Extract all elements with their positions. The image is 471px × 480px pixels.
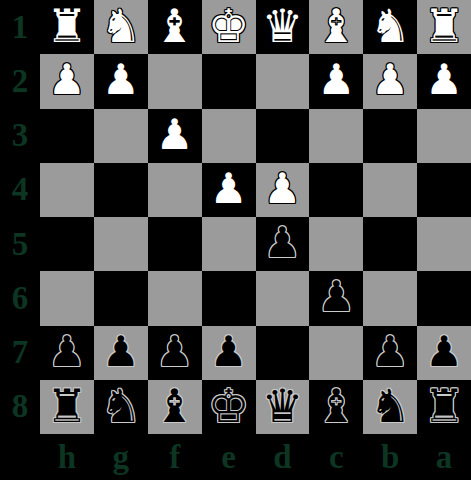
square-c4[interactable] (309, 163, 363, 217)
rank-label-5: 5 (0, 217, 40, 271)
square-a1[interactable]: ♜ (417, 0, 471, 54)
white-rook: ♜ (423, 3, 464, 49)
square-h8[interactable]: ♜ (40, 380, 94, 434)
square-d8[interactable]: ♛ (256, 380, 310, 434)
black-bishop: ♝ (154, 383, 195, 429)
square-d7[interactable] (256, 326, 310, 380)
white-bishop: ♝ (154, 3, 195, 49)
white-pawn: ♟ (371, 59, 409, 101)
square-g1[interactable]: ♞ (94, 0, 148, 54)
square-a2[interactable]: ♟ (417, 54, 471, 108)
square-a5[interactable] (417, 217, 471, 271)
square-h1[interactable]: ♜ (40, 0, 94, 54)
white-pawn: ♟ (317, 59, 355, 101)
rank-label-7: 7 (0, 326, 40, 380)
square-e7[interactable]: ♟ (202, 326, 256, 380)
file-label-c: c (309, 434, 363, 480)
square-c1[interactable]: ♝ (309, 0, 363, 54)
black-pawn: ♟ (317, 276, 355, 318)
square-g3[interactable] (94, 109, 148, 163)
square-d3[interactable] (256, 109, 310, 163)
white-pawn: ♟ (210, 168, 248, 210)
black-pawn: ♟ (264, 222, 302, 264)
square-d5[interactable]: ♟ (256, 217, 310, 271)
black-pawn: ♟ (48, 331, 86, 373)
white-knight: ♞ (370, 3, 411, 49)
square-g8[interactable]: ♞ (94, 380, 148, 434)
black-knight: ♞ (370, 383, 411, 429)
black-king: ♚ (208, 383, 249, 429)
square-a7[interactable]: ♟ (417, 326, 471, 380)
square-f8[interactable]: ♝ (148, 380, 202, 434)
square-b5[interactable] (363, 217, 417, 271)
file-label-a: a (417, 434, 471, 480)
square-c5[interactable] (309, 217, 363, 271)
white-pawn: ♟ (156, 114, 194, 156)
square-a8[interactable]: ♜ (417, 380, 471, 434)
square-b2[interactable]: ♟ (363, 54, 417, 108)
square-c3[interactable] (309, 109, 363, 163)
square-d2[interactable] (256, 54, 310, 108)
square-h3[interactable] (40, 109, 94, 163)
white-rook: ♜ (46, 3, 87, 49)
file-label-b: b (363, 434, 417, 480)
rank-label-2: 2 (0, 54, 40, 108)
square-f1[interactable]: ♝ (148, 0, 202, 54)
white-knight: ♞ (100, 3, 141, 49)
square-b8[interactable]: ♞ (363, 380, 417, 434)
square-e3[interactable] (202, 109, 256, 163)
black-queen: ♛ (262, 383, 303, 429)
square-c7[interactable] (309, 326, 363, 380)
chess-diagram: 12345678 ♜♞♝♚♛♝♞♜♟♟♟♟♟♟♟♟♟♟♟♟♟♟♟♟♜♞♝♚♛♝♞… (0, 0, 471, 480)
chess-board: ♜♞♝♚♛♝♞♜♟♟♟♟♟♟♟♟♟♟♟♟♟♟♟♟♜♞♝♚♛♝♞♜ (40, 0, 471, 434)
rank-labels: 12345678 (0, 0, 40, 434)
square-c6[interactable]: ♟ (309, 271, 363, 325)
rank-label-4: 4 (0, 163, 40, 217)
square-f4[interactable] (148, 163, 202, 217)
square-e1[interactable]: ♚ (202, 0, 256, 54)
square-a4[interactable] (417, 163, 471, 217)
black-bishop: ♝ (316, 383, 357, 429)
gutter-corner (0, 434, 40, 480)
square-e8[interactable]: ♚ (202, 380, 256, 434)
square-h6[interactable] (40, 271, 94, 325)
file-label-d: d (256, 434, 310, 480)
white-bishop: ♝ (316, 3, 357, 49)
square-h5[interactable] (40, 217, 94, 271)
black-pawn: ♟ (156, 331, 194, 373)
black-rook: ♜ (423, 383, 464, 429)
square-f3[interactable]: ♟ (148, 109, 202, 163)
black-pawn: ♟ (371, 331, 409, 373)
white-pawn: ♟ (102, 59, 140, 101)
square-c2[interactable]: ♟ (309, 54, 363, 108)
rank-label-3: 3 (0, 109, 40, 163)
square-d6[interactable] (256, 271, 310, 325)
square-e6[interactable] (202, 271, 256, 325)
file-labels: hgfedcba (40, 434, 471, 480)
black-knight: ♞ (100, 383, 141, 429)
white-pawn: ♟ (425, 59, 463, 101)
square-b3[interactable] (363, 109, 417, 163)
square-f6[interactable] (148, 271, 202, 325)
white-queen: ♛ (262, 3, 303, 49)
black-pawn: ♟ (425, 331, 463, 373)
file-label-f: f (148, 434, 202, 480)
square-g2[interactable]: ♟ (94, 54, 148, 108)
square-a3[interactable] (417, 109, 471, 163)
square-d4[interactable]: ♟ (256, 163, 310, 217)
square-g6[interactable] (94, 271, 148, 325)
square-f2[interactable] (148, 54, 202, 108)
square-f5[interactable] (148, 217, 202, 271)
rank-label-1: 1 (0, 0, 40, 54)
square-h7[interactable]: ♟ (40, 326, 94, 380)
square-c8[interactable]: ♝ (309, 380, 363, 434)
file-label-e: e (202, 434, 256, 480)
square-g4[interactable] (94, 163, 148, 217)
black-rook: ♜ (46, 383, 87, 429)
square-f7[interactable]: ♟ (148, 326, 202, 380)
rank-label-6: 6 (0, 271, 40, 325)
square-a6[interactable] (417, 271, 471, 325)
square-b7[interactable]: ♟ (363, 326, 417, 380)
square-e2[interactable] (202, 54, 256, 108)
black-pawn: ♟ (102, 331, 140, 373)
file-label-h: h (40, 434, 94, 480)
file-label-g: g (94, 434, 148, 480)
square-h2[interactable]: ♟ (40, 54, 94, 108)
square-b1[interactable]: ♞ (363, 0, 417, 54)
square-g7[interactable]: ♟ (94, 326, 148, 380)
white-king: ♚ (208, 3, 249, 49)
square-e4[interactable]: ♟ (202, 163, 256, 217)
black-pawn: ♟ (210, 331, 248, 373)
square-g5[interactable] (94, 217, 148, 271)
rank-label-8: 8 (0, 380, 40, 434)
white-pawn: ♟ (48, 59, 86, 101)
square-b6[interactable] (363, 271, 417, 325)
square-b4[interactable] (363, 163, 417, 217)
square-d1[interactable]: ♛ (256, 0, 310, 54)
square-h4[interactable] (40, 163, 94, 217)
square-e5[interactable] (202, 217, 256, 271)
white-pawn: ♟ (264, 168, 302, 210)
